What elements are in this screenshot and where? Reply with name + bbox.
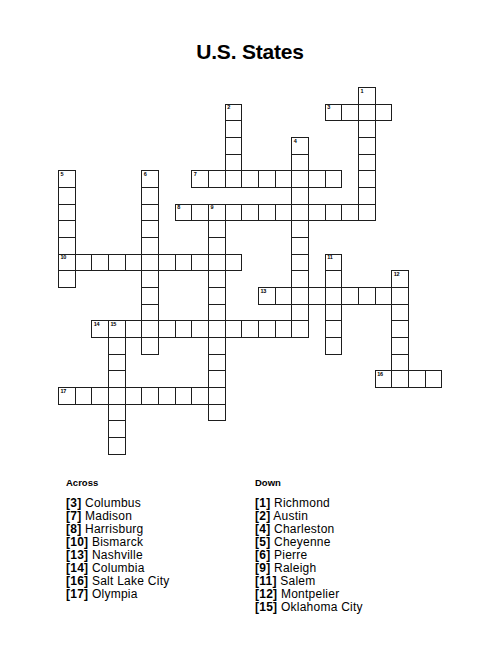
clue-text: Cheyenne bbox=[270, 535, 330, 549]
grid-cell[interactable] bbox=[141, 254, 159, 272]
grid-cell[interactable] bbox=[208, 354, 226, 372]
grid-cell[interactable] bbox=[191, 320, 209, 338]
grid-cell[interactable] bbox=[175, 387, 193, 405]
grid-cell[interactable] bbox=[208, 387, 226, 405]
grid-cell[interactable] bbox=[175, 320, 193, 338]
grid-cell[interactable] bbox=[191, 254, 209, 272]
grid-cell[interactable]: 11 bbox=[325, 254, 343, 272]
grid-cell[interactable] bbox=[108, 437, 126, 455]
grid-cell[interactable] bbox=[391, 354, 409, 372]
grid-cell[interactable] bbox=[308, 170, 326, 188]
clue-text: Charleston bbox=[270, 522, 334, 536]
grid-cell[interactable] bbox=[125, 254, 143, 272]
grid-cell[interactable]: 8 bbox=[175, 204, 193, 222]
grid-cell[interactable] bbox=[358, 120, 376, 138]
across-clue-list: [3] Columbus[7] Madison[8] Harrisburg[10… bbox=[66, 497, 169, 601]
grid-cell[interactable] bbox=[291, 254, 309, 272]
grid-cell[interactable] bbox=[391, 337, 409, 355]
clue-across-17[interactable]: [17] Olympia bbox=[66, 588, 169, 601]
cell-number: 6 bbox=[144, 172, 147, 178]
clue-text: Pierre bbox=[270, 548, 307, 562]
grid-cell[interactable] bbox=[291, 187, 309, 205]
cell-number: 17 bbox=[61, 389, 67, 395]
grid-cell[interactable] bbox=[391, 287, 409, 305]
clue-text: Salem bbox=[277, 574, 316, 588]
grid-cell[interactable] bbox=[375, 287, 393, 305]
down-clues-section: Down [1] Richmond[2] Austin[4] Charlesto… bbox=[255, 477, 363, 614]
cell-number: 14 bbox=[94, 322, 100, 328]
grid-cell[interactable] bbox=[108, 420, 126, 438]
clue-number-label: [12] bbox=[255, 587, 277, 601]
grid-cell[interactable]: 9 bbox=[208, 204, 226, 222]
clue-number-label: [1] bbox=[255, 496, 270, 510]
grid-cell[interactable]: 3 bbox=[325, 104, 343, 122]
grid-cell[interactable] bbox=[91, 387, 109, 405]
grid-cell[interactable]: 16 bbox=[375, 370, 393, 388]
clue-number-label: [13] bbox=[66, 548, 88, 562]
grid-cell[interactable]: 10 bbox=[58, 254, 76, 272]
grid-cell[interactable] bbox=[291, 170, 309, 188]
grid-cell[interactable] bbox=[125, 320, 143, 338]
grid-cell[interactable] bbox=[258, 320, 276, 338]
clue-number-label: [10] bbox=[66, 535, 88, 549]
clue-text: Bismarck bbox=[88, 535, 143, 549]
grid-cell[interactable] bbox=[258, 170, 276, 188]
grid-cell[interactable] bbox=[358, 287, 376, 305]
grid-cell[interactable]: 5 bbox=[58, 170, 76, 188]
grid-cell[interactable] bbox=[141, 237, 159, 255]
grid-cell[interactable] bbox=[225, 137, 243, 155]
grid-cell[interactable] bbox=[58, 187, 76, 205]
grid-cell[interactable] bbox=[91, 254, 109, 272]
clue-number-label: [8] bbox=[66, 522, 81, 536]
grid-cell[interactable] bbox=[108, 404, 126, 422]
grid-cell[interactable]: 6 bbox=[141, 170, 159, 188]
grid-cell[interactable] bbox=[158, 387, 176, 405]
clue-number-label: [9] bbox=[255, 561, 270, 575]
grid-cell[interactable] bbox=[208, 370, 226, 388]
grid-cell[interactable] bbox=[158, 254, 176, 272]
grid-cell[interactable] bbox=[108, 354, 126, 372]
grid-cell[interactable]: 4 bbox=[291, 137, 309, 155]
grid-cell[interactable] bbox=[208, 237, 226, 255]
grid-cell[interactable] bbox=[208, 170, 226, 188]
grid-cell[interactable] bbox=[125, 387, 143, 405]
grid-cell[interactable] bbox=[408, 370, 426, 388]
clue-text: Nashville bbox=[88, 548, 143, 562]
cell-number: 4 bbox=[294, 139, 297, 145]
grid-cell[interactable] bbox=[141, 187, 159, 205]
clue-text: Columbia bbox=[88, 561, 144, 575]
clue-text: Richmond bbox=[270, 496, 330, 510]
grid-cell[interactable] bbox=[291, 287, 309, 305]
grid-cell[interactable] bbox=[208, 254, 226, 272]
grid-cell[interactable] bbox=[58, 237, 76, 255]
grid-cell[interactable] bbox=[275, 204, 293, 222]
grid-cell[interactable] bbox=[241, 204, 259, 222]
grid-cell[interactable] bbox=[225, 254, 243, 272]
grid-cell[interactable] bbox=[291, 237, 309, 255]
grid-cell[interactable] bbox=[275, 170, 293, 188]
grid-cell[interactable] bbox=[358, 204, 376, 222]
clue-text: Columbus bbox=[81, 496, 141, 510]
clue-number-label: [3] bbox=[66, 496, 81, 510]
clue-number-label: [16] bbox=[66, 574, 88, 588]
grid-cell[interactable] bbox=[241, 170, 259, 188]
cell-number: 15 bbox=[111, 322, 117, 328]
clue-number-label: [2] bbox=[255, 509, 270, 523]
clue-text: Austin bbox=[270, 509, 308, 523]
across-header: Across bbox=[66, 477, 169, 488]
grid-cell[interactable] bbox=[225, 204, 243, 222]
grid-cell[interactable] bbox=[325, 204, 343, 222]
grid-cell[interactable] bbox=[325, 287, 343, 305]
grid-cell[interactable] bbox=[208, 270, 226, 288]
cell-number: 13 bbox=[261, 289, 267, 295]
grid-cell[interactable] bbox=[58, 220, 76, 238]
grid-cell[interactable] bbox=[358, 104, 376, 122]
grid-cell[interactable] bbox=[108, 370, 126, 388]
cell-number: 3 bbox=[327, 105, 330, 111]
cell-number: 2 bbox=[227, 105, 230, 111]
clue-number-label: [17] bbox=[66, 587, 88, 601]
grid-cell[interactable] bbox=[141, 220, 159, 238]
crossword-grid: 3789101314151617124561112 bbox=[58, 87, 443, 455]
grid-cell[interactable] bbox=[208, 337, 226, 355]
clue-text: Salt Lake City bbox=[88, 574, 169, 588]
cell-number: 8 bbox=[177, 205, 180, 211]
grid-cell[interactable]: 1 bbox=[358, 87, 376, 105]
cell-number: 16 bbox=[377, 372, 383, 378]
grid-cell[interactable] bbox=[208, 404, 226, 422]
grid-cell[interactable]: 12 bbox=[391, 270, 409, 288]
grid-cell[interactable] bbox=[291, 270, 309, 288]
grid-cell[interactable] bbox=[358, 154, 376, 172]
cell-number: 5 bbox=[61, 172, 64, 178]
grid-cell[interactable] bbox=[341, 287, 359, 305]
cell-number: 9 bbox=[211, 205, 214, 211]
grid-cell[interactable] bbox=[291, 304, 309, 322]
grid-cell[interactable] bbox=[141, 304, 159, 322]
across-clues-section: Across [3] Columbus[7] Madison[8] Harris… bbox=[66, 477, 169, 601]
grid-cell[interactable] bbox=[341, 204, 359, 222]
grid-cell[interactable] bbox=[375, 104, 393, 122]
grid-cell[interactable] bbox=[391, 320, 409, 338]
grid-cell[interactable] bbox=[208, 220, 226, 238]
grid-cell[interactable] bbox=[325, 320, 343, 338]
grid-cell[interactable] bbox=[191, 387, 209, 405]
grid-cell[interactable] bbox=[291, 204, 309, 222]
clue-down-15[interactable]: [15] Oklahoma City bbox=[255, 601, 363, 614]
cell-number: 11 bbox=[327, 255, 332, 261]
grid-cell[interactable] bbox=[75, 387, 93, 405]
down-header: Down bbox=[255, 477, 363, 488]
grid-cell[interactable] bbox=[175, 254, 193, 272]
grid-cell[interactable] bbox=[75, 254, 93, 272]
grid-cell[interactable] bbox=[425, 370, 443, 388]
cell-number: 7 bbox=[194, 172, 197, 178]
grid-cell[interactable] bbox=[325, 270, 343, 288]
grid-cell[interactable] bbox=[358, 187, 376, 205]
cell-number: 1 bbox=[361, 89, 364, 95]
grid-cell[interactable] bbox=[325, 304, 343, 322]
grid-cell[interactable] bbox=[141, 204, 159, 222]
cell-number: 12 bbox=[394, 272, 400, 278]
grid-cell[interactable] bbox=[391, 304, 409, 322]
grid-cell[interactable] bbox=[241, 320, 259, 338]
grid-cell[interactable] bbox=[225, 320, 243, 338]
grid-cell[interactable]: 13 bbox=[258, 287, 276, 305]
grid-cell[interactable] bbox=[325, 170, 343, 188]
clue-number-label: [14] bbox=[66, 561, 88, 575]
grid-cell[interactable] bbox=[225, 120, 243, 138]
grid-cell[interactable]: 2 bbox=[225, 104, 243, 122]
grid-cell[interactable] bbox=[141, 287, 159, 305]
grid-cell[interactable] bbox=[308, 287, 326, 305]
grid-cell[interactable] bbox=[291, 320, 309, 338]
clue-text: Harrisburg bbox=[81, 522, 143, 536]
grid-cell[interactable] bbox=[325, 337, 343, 355]
grid-cell[interactable] bbox=[158, 320, 176, 338]
grid-cell[interactable] bbox=[275, 320, 293, 338]
grid-cell[interactable] bbox=[108, 387, 126, 405]
clue-number-label: [4] bbox=[255, 522, 270, 536]
grid-cell[interactable] bbox=[208, 304, 226, 322]
grid-cell[interactable] bbox=[141, 320, 159, 338]
clue-text: Olympia bbox=[88, 587, 137, 601]
grid-cell[interactable] bbox=[308, 204, 326, 222]
grid-cell[interactable]: 17 bbox=[58, 387, 76, 405]
clue-text: Oklahoma City bbox=[277, 600, 363, 614]
grid-cell[interactable] bbox=[225, 170, 243, 188]
grid-cell[interactable] bbox=[258, 204, 276, 222]
grid-cell[interactable] bbox=[391, 370, 409, 388]
grid-cell[interactable] bbox=[141, 270, 159, 288]
grid-cell[interactable]: 14 bbox=[91, 320, 109, 338]
clue-text: Montpelier bbox=[277, 587, 339, 601]
puzzle-title: U.S. States bbox=[0, 41, 500, 62]
clue-number-label: [11] bbox=[255, 574, 277, 588]
grid-cell[interactable] bbox=[358, 170, 376, 188]
grid-cell[interactable] bbox=[141, 337, 159, 355]
grid-cell[interactable] bbox=[208, 320, 226, 338]
grid-cell[interactable]: 15 bbox=[108, 320, 126, 338]
grid-cell[interactable] bbox=[141, 387, 159, 405]
clue-number-label: [5] bbox=[255, 535, 270, 549]
grid-cell[interactable] bbox=[291, 220, 309, 238]
grid-cell[interactable] bbox=[341, 104, 359, 122]
clue-number-label: [6] bbox=[255, 548, 270, 562]
down-clue-list: [1] Richmond[2] Austin[4] Charleston[5] … bbox=[255, 497, 363, 614]
grid-cell[interactable] bbox=[358, 137, 376, 155]
grid-cell[interactable] bbox=[58, 204, 76, 222]
grid-cell[interactable] bbox=[275, 287, 293, 305]
grid-cell[interactable] bbox=[191, 204, 209, 222]
clue-text: Madison bbox=[81, 509, 132, 523]
grid-cell[interactable] bbox=[58, 270, 76, 288]
grid-cell[interactable] bbox=[108, 337, 126, 355]
grid-cell[interactable] bbox=[208, 287, 226, 305]
grid-cell[interactable] bbox=[108, 254, 126, 272]
grid-cell[interactable]: 7 bbox=[191, 170, 209, 188]
grid-cell[interactable] bbox=[291, 154, 309, 172]
clue-text: Raleigh bbox=[270, 561, 316, 575]
cell-number: 10 bbox=[61, 255, 67, 261]
clue-number-label: [7] bbox=[66, 509, 81, 523]
grid-cell[interactable] bbox=[225, 154, 243, 172]
clue-number-label: [15] bbox=[255, 600, 277, 614]
